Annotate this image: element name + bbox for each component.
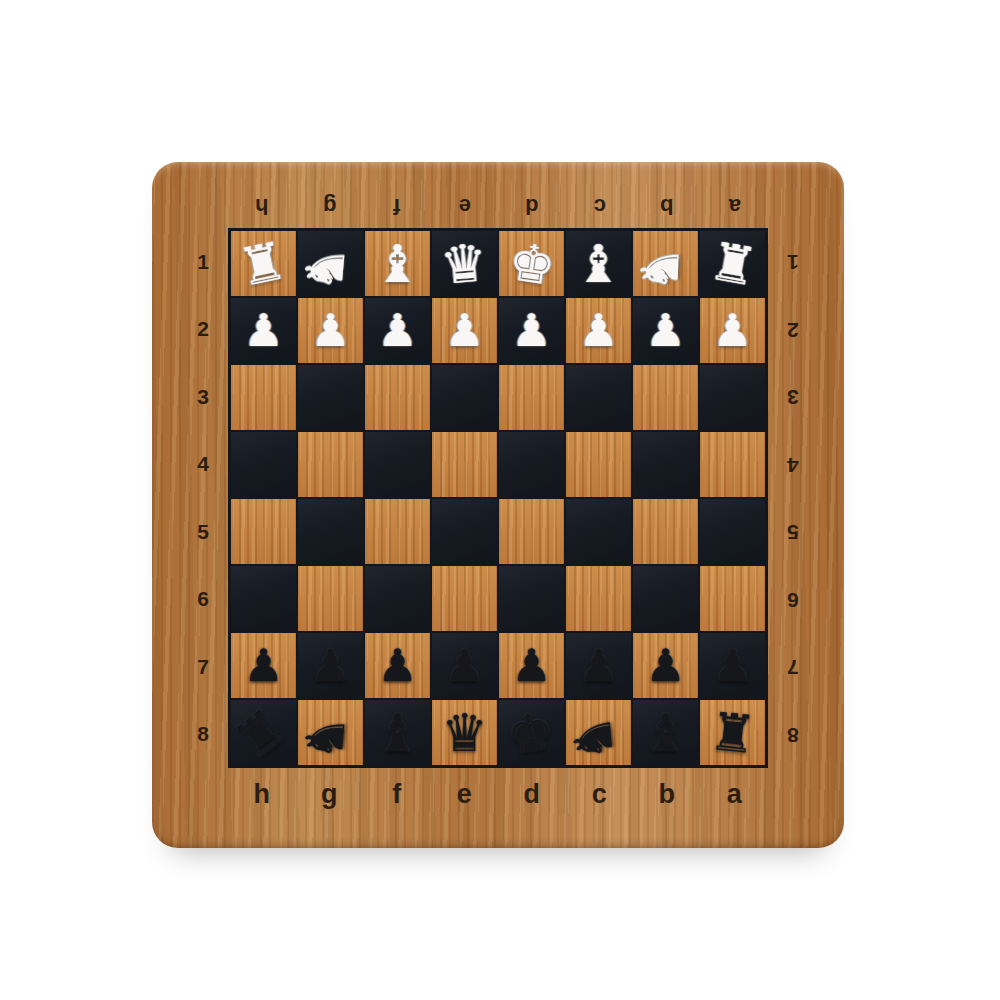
rank-label-right-5: 5 [770, 498, 816, 566]
square-d3[interactable] [499, 365, 564, 430]
file-label-top-d: d [498, 188, 566, 224]
square-b3[interactable] [633, 365, 698, 430]
piece-black-queen[interactable]: ♛ [441, 707, 488, 759]
piece-white-queen[interactable]: ♛ [439, 236, 490, 292]
piece-white-rook[interactable]: ♜ [234, 233, 290, 294]
file-label-bottom-a: a [701, 774, 769, 814]
square-b7[interactable]: ♟ [633, 633, 698, 698]
square-c3[interactable] [566, 365, 631, 430]
file-label-top-c: c [566, 188, 634, 224]
piece-black-pawn[interactable]: ♟ [444, 643, 484, 688]
piece-black-king[interactable]: ♚ [504, 704, 557, 762]
piece-black-rook[interactable]: ♜ [226, 699, 295, 769]
rank-label-right-7: 7 [770, 633, 816, 701]
file-label-top-e: e [431, 188, 499, 224]
file-label-top-b: b [633, 188, 701, 224]
square-a4[interactable] [700, 432, 765, 497]
square-c5[interactable] [566, 499, 631, 564]
square-d4[interactable] [499, 432, 564, 497]
square-f2[interactable]: ♟ [365, 298, 430, 363]
piece-white-pawn[interactable]: ♟ [243, 308, 283, 353]
square-b5[interactable] [633, 499, 698, 564]
rank-label-left-7: 7 [180, 633, 226, 701]
rank-label-left-2: 2 [180, 296, 226, 364]
file-label-bottom-e: e [431, 774, 499, 814]
file-label-bottom-d: d [498, 774, 566, 814]
rank-label-right-8: 8 [770, 701, 816, 769]
piece-white-knight[interactable]: ♞ [634, 244, 688, 292]
square-g6[interactable] [298, 566, 363, 631]
rank-label-right-1: 1 [770, 228, 816, 296]
square-g8[interactable]: ♞ [298, 700, 363, 765]
file-label-bottom-c: c [566, 774, 634, 814]
square-d2[interactable]: ♟ [499, 298, 564, 363]
piece-white-pawn[interactable]: ♟ [645, 308, 685, 353]
piece-black-knight[interactable]: ♞ [565, 713, 621, 764]
piece-white-king[interactable]: ♚ [506, 235, 559, 293]
square-g7[interactable]: ♟ [298, 633, 363, 698]
file-label-bottom-b: b [633, 774, 701, 814]
piece-black-rook[interactable]: ♜ [707, 704, 759, 761]
square-f1[interactable]: ♝ [365, 231, 430, 296]
square-c7[interactable]: ♟ [566, 633, 631, 698]
piece-black-pawn[interactable]: ♟ [310, 643, 350, 688]
square-d5[interactable] [499, 499, 564, 564]
square-g1[interactable]: ♞ [298, 231, 363, 296]
file-label-bottom-g: g [296, 774, 364, 814]
rank-label-right-2: 2 [770, 296, 816, 364]
square-h6[interactable] [231, 566, 296, 631]
piece-black-pawn[interactable]: ♟ [645, 643, 685, 688]
file-labels-bottom: hgfedcba [228, 774, 768, 814]
rank-label-left-4: 4 [180, 431, 226, 499]
square-e6[interactable] [432, 566, 497, 631]
piece-white-pawn[interactable]: ♟ [712, 308, 752, 353]
rank-label-left-1: 1 [180, 228, 226, 296]
square-c8[interactable]: ♞ [566, 700, 631, 765]
square-a7[interactable]: ♟ [700, 633, 765, 698]
square-b1[interactable]: ♞ [633, 231, 698, 296]
piece-black-pawn[interactable]: ♟ [712, 643, 752, 688]
piece-black-pawn[interactable]: ♟ [377, 643, 417, 688]
square-d6[interactable] [499, 566, 564, 631]
rank-labels-right: 12345678 [770, 228, 816, 768]
square-g2[interactable]: ♟ [298, 298, 363, 363]
square-a6[interactable] [700, 566, 765, 631]
square-c1[interactable]: ♝ [566, 231, 631, 296]
square-e2[interactable]: ♟ [432, 298, 497, 363]
square-e8[interactable]: ♛ [432, 700, 497, 765]
square-f4[interactable] [365, 432, 430, 497]
square-h5[interactable] [231, 499, 296, 564]
square-g5[interactable] [298, 499, 363, 564]
piece-white-pawn[interactable]: ♟ [377, 308, 417, 353]
square-g4[interactable] [298, 432, 363, 497]
square-a8[interactable]: ♜ [700, 700, 765, 765]
square-f8[interactable]: ♝ [365, 700, 430, 765]
piece-black-knight[interactable]: ♞ [297, 712, 353, 763]
rank-label-left-3: 3 [180, 363, 226, 431]
file-label-top-h: h [228, 188, 296, 224]
square-h4[interactable] [231, 432, 296, 497]
rank-label-left-6: 6 [180, 566, 226, 634]
chess-board: hgfedcba 12345678 12345678 hgfedcba ♜♞♝♛… [152, 162, 844, 848]
square-b8[interactable]: ♝ [633, 700, 698, 765]
square-d1[interactable]: ♚ [499, 231, 564, 296]
square-f7[interactable]: ♟ [365, 633, 430, 698]
piece-black-pawn[interactable]: ♟ [511, 643, 551, 688]
square-c4[interactable] [566, 432, 631, 497]
square-d7[interactable]: ♟ [499, 633, 564, 698]
square-a5[interactable] [700, 499, 765, 564]
square-h2[interactable]: ♟ [231, 298, 296, 363]
rank-label-left-8: 8 [180, 701, 226, 769]
square-c6[interactable] [566, 566, 631, 631]
rank-label-right-6: 6 [770, 566, 816, 634]
piece-white-knight[interactable]: ♞ [297, 243, 353, 294]
square-f6[interactable] [365, 566, 430, 631]
piece-white-bishop[interactable]: ♝ [575, 238, 622, 290]
piece-black-pawn[interactable]: ♟ [243, 643, 283, 688]
square-h8[interactable]: ♜ [231, 700, 296, 765]
piece-white-pawn[interactable]: ♟ [310, 308, 350, 353]
piece-black-bishop[interactable]: ♝ [374, 707, 421, 759]
square-f5[interactable] [365, 499, 430, 564]
piece-black-pawn[interactable]: ♟ [578, 643, 618, 688]
board-grid: ♜♞♝♛♚♝♞♜♟♟♟♟♟♟♟♟♟♟♟♟♟♟♟♟♜♞♝♛♚♞♝♜ [228, 228, 768, 768]
square-a1[interactable]: ♜ [700, 231, 765, 296]
square-e1[interactable]: ♛ [432, 231, 497, 296]
square-h7[interactable]: ♟ [231, 633, 296, 698]
square-b6[interactable] [633, 566, 698, 631]
square-g3[interactable] [298, 365, 363, 430]
file-label-top-a: a [701, 188, 769, 224]
square-a2[interactable]: ♟ [700, 298, 765, 363]
square-e4[interactable] [432, 432, 497, 497]
square-f3[interactable] [365, 365, 430, 430]
square-h3[interactable] [231, 365, 296, 430]
rank-label-right-4: 4 [770, 431, 816, 499]
piece-white-pawn[interactable]: ♟ [511, 308, 551, 353]
square-a3[interactable] [700, 365, 765, 430]
square-b4[interactable] [633, 432, 698, 497]
file-label-bottom-f: f [363, 774, 431, 814]
square-d8[interactable]: ♚ [499, 700, 564, 765]
piece-white-bishop[interactable]: ♝ [374, 238, 421, 290]
square-h1[interactable]: ♜ [231, 231, 296, 296]
piece-white-pawn[interactable]: ♟ [578, 308, 618, 353]
file-label-top-g: g [296, 188, 364, 224]
piece-white-rook[interactable]: ♜ [706, 234, 761, 293]
square-e3[interactable] [432, 365, 497, 430]
file-label-top-f: f [363, 188, 431, 224]
rank-labels-left: 12345678 [180, 228, 226, 768]
file-labels-top: hgfedcba [228, 188, 768, 224]
file-label-bottom-h: h [228, 774, 296, 814]
piece-black-bishop[interactable]: ♝ [642, 707, 689, 759]
square-c2[interactable]: ♟ [566, 298, 631, 363]
piece-white-pawn[interactable]: ♟ [444, 308, 484, 353]
rank-label-left-5: 5 [180, 498, 226, 566]
square-b2[interactable]: ♟ [633, 298, 698, 363]
square-e5[interactable] [432, 499, 497, 564]
rank-label-right-3: 3 [770, 363, 816, 431]
square-e7[interactable]: ♟ [432, 633, 497, 698]
